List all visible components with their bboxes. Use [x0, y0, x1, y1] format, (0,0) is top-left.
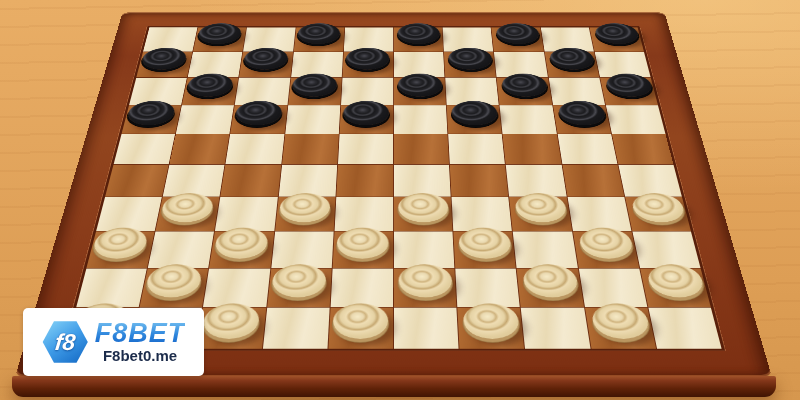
square-h5[interactable] — [506, 165, 566, 197]
square-a7[interactable]: ⛂ — [122, 105, 182, 133]
square-b3[interactable] — [148, 232, 214, 268]
watermark: f8 F8BET F8bet0.me — [23, 308, 204, 376]
black-man[interactable]: ⛂ — [605, 74, 655, 97]
black-man[interactable]: ⛂ — [243, 48, 289, 70]
square-a4[interactable] — [96, 197, 162, 231]
square-e2[interactable] — [330, 268, 393, 307]
square-d2[interactable]: ⛀ — [267, 268, 332, 307]
black-man[interactable]: ⛂ — [397, 23, 440, 44]
white-man[interactable]: ⛀ — [398, 264, 452, 297]
white-man[interactable]: ⛀ — [213, 228, 269, 259]
square-e7[interactable]: ⛂ — [339, 105, 393, 133]
square-a2[interactable] — [76, 268, 147, 307]
logo-monogram: f8 — [54, 331, 77, 354]
square-e3[interactable]: ⛀ — [332, 232, 393, 268]
black-man[interactable]: ⛂ — [451, 101, 499, 125]
white-man[interactable]: ⛀ — [159, 193, 214, 222]
white-man[interactable]: ⛀ — [578, 228, 635, 259]
square-h7[interactable] — [500, 105, 557, 133]
square-j8[interactable]: ⛂ — [600, 78, 658, 105]
square-f10[interactable]: ⛂ — [394, 27, 443, 51]
white-man[interactable]: ⛀ — [333, 304, 389, 339]
square-f8[interactable]: ⛂ — [394, 78, 446, 105]
square-f5[interactable] — [394, 165, 451, 197]
site-url: F8bet0.me — [103, 347, 177, 365]
black-man[interactable]: ⛂ — [185, 74, 234, 97]
white-man[interactable]: ⛀ — [90, 228, 149, 259]
square-j3[interactable] — [632, 232, 700, 268]
square-j6[interactable] — [612, 134, 674, 164]
black-man[interactable]: ⛂ — [297, 23, 341, 44]
black-man[interactable]: ⛂ — [501, 74, 549, 97]
square-f1[interactable] — [394, 307, 459, 348]
square-b7[interactable] — [176, 105, 234, 133]
brand-name: F8BET — [95, 319, 186, 347]
square-f2[interactable]: ⛀ — [394, 268, 457, 307]
square-c6[interactable] — [226, 134, 284, 164]
board-near-edge — [12, 376, 776, 397]
black-man[interactable]: ⛂ — [196, 23, 242, 44]
white-man[interactable]: ⛀ — [271, 264, 327, 297]
square-d10[interactable]: ⛂ — [294, 27, 345, 51]
f8bet-logo-badge-icon: f8 — [42, 321, 89, 364]
square-c5[interactable] — [221, 165, 281, 197]
black-man[interactable]: ⛂ — [291, 74, 337, 97]
square-f7[interactable] — [394, 105, 448, 133]
square-g4[interactable] — [452, 197, 512, 231]
square-a9[interactable]: ⛂ — [136, 52, 192, 78]
square-c2[interactable] — [203, 268, 270, 307]
square-g5[interactable] — [450, 165, 509, 197]
square-d6[interactable] — [282, 134, 339, 164]
square-b5[interactable] — [163, 165, 225, 197]
square-i5[interactable] — [562, 165, 624, 197]
square-d4[interactable]: ⛀ — [275, 197, 335, 231]
square-i9[interactable]: ⛂ — [544, 52, 599, 78]
black-man[interactable]: ⛂ — [139, 48, 187, 70]
square-h2[interactable]: ⛀ — [517, 268, 584, 307]
black-man[interactable]: ⛂ — [234, 101, 283, 125]
white-man[interactable]: ⛀ — [646, 264, 707, 297]
square-a3[interactable]: ⛀ — [87, 232, 155, 268]
square-d7[interactable] — [285, 105, 340, 133]
white-man[interactable]: ⛀ — [522, 264, 580, 297]
square-g6[interactable] — [448, 134, 505, 164]
square-c4[interactable] — [215, 197, 277, 231]
square-h3[interactable] — [513, 232, 577, 268]
square-d8[interactable]: ⛂ — [288, 78, 342, 105]
square-e1[interactable]: ⛀ — [328, 307, 393, 348]
square-j1[interactable] — [648, 307, 721, 348]
white-man[interactable]: ⛀ — [201, 304, 261, 339]
board-grid: ⛂⛂⛂⛂⛂⛂⛂⛂⛂⛂⛂⛂⛂⛂⛂⛂⛂⛂⛂⛂⛀⛀⛀⛀⛀⛀⛀⛀⛀⛀⛀⛀⛀⛀⛀⛀⛀⛀⛀⛀ — [62, 26, 725, 350]
square-h8[interactable]: ⛂ — [497, 78, 552, 105]
square-h10[interactable]: ⛂ — [492, 27, 544, 51]
black-man[interactable]: ⛂ — [346, 48, 390, 70]
square-b10[interactable]: ⛂ — [193, 27, 246, 51]
white-man[interactable]: ⛀ — [279, 193, 331, 222]
black-man[interactable]: ⛂ — [397, 74, 442, 97]
black-man[interactable]: ⛂ — [125, 101, 177, 125]
white-man[interactable]: ⛀ — [590, 304, 652, 339]
square-j7[interactable] — [606, 105, 666, 133]
square-j2[interactable]: ⛀ — [640, 268, 711, 307]
square-e5[interactable] — [336, 165, 393, 197]
square-g9[interactable]: ⛂ — [444, 52, 496, 78]
square-g7[interactable]: ⛂ — [447, 105, 502, 133]
square-a6[interactable] — [114, 134, 176, 164]
square-i3[interactable]: ⛀ — [573, 232, 639, 268]
white-man[interactable]: ⛀ — [337, 228, 389, 259]
square-h4[interactable]: ⛀ — [509, 197, 571, 231]
white-man[interactable]: ⛀ — [630, 193, 687, 222]
square-a5[interactable] — [105, 165, 169, 197]
white-man[interactable]: ⛀ — [398, 193, 449, 222]
square-i1[interactable]: ⛀ — [585, 307, 656, 348]
square-d1[interactable] — [263, 307, 330, 348]
square-c3[interactable]: ⛀ — [210, 232, 274, 268]
white-man[interactable]: ⛀ — [462, 304, 520, 339]
square-b8[interactable]: ⛂ — [182, 78, 238, 105]
black-man[interactable]: ⛂ — [495, 23, 540, 44]
square-h1[interactable] — [521, 307, 590, 348]
square-c7[interactable]: ⛂ — [231, 105, 288, 133]
square-i7[interactable]: ⛂ — [553, 105, 611, 133]
square-i6[interactable] — [557, 134, 617, 164]
square-f3[interactable] — [394, 232, 455, 268]
square-d5[interactable] — [278, 165, 337, 197]
square-j10[interactable]: ⛂ — [589, 27, 643, 51]
square-b6[interactable] — [170, 134, 230, 164]
square-j5[interactable] — [618, 165, 682, 197]
square-h6[interactable] — [503, 134, 561, 164]
square-b2[interactable]: ⛀ — [140, 268, 209, 307]
square-g3[interactable]: ⛀ — [454, 232, 516, 268]
square-c1[interactable]: ⛀ — [197, 307, 266, 348]
square-g2[interactable] — [455, 268, 520, 307]
black-man[interactable]: ⛂ — [343, 101, 389, 125]
black-man[interactable]: ⛂ — [557, 101, 607, 125]
white-man[interactable]: ⛀ — [144, 264, 203, 297]
square-c9[interactable]: ⛂ — [239, 52, 292, 78]
white-man[interactable]: ⛀ — [458, 228, 512, 259]
square-g1[interactable]: ⛀ — [458, 307, 525, 348]
black-man[interactable]: ⛂ — [594, 23, 641, 44]
square-f6[interactable] — [394, 134, 449, 164]
square-j4[interactable]: ⛀ — [625, 197, 691, 231]
square-b4[interactable]: ⛀ — [156, 197, 220, 231]
square-f4[interactable]: ⛀ — [394, 197, 453, 231]
square-i2[interactable] — [578, 268, 647, 307]
photo-scene: ⛂⛂⛂⛂⛂⛂⛂⛂⛂⛂⛂⛂⛂⛂⛂⛂⛂⛂⛂⛂⛀⛀⛀⛀⛀⛀⛀⛀⛀⛀⛀⛀⛀⛀⛀⛀⛀⛀⛀⛀… — [0, 0, 800, 400]
white-man[interactable]: ⛀ — [514, 193, 568, 222]
square-e4[interactable] — [334, 197, 393, 231]
square-d3[interactable] — [271, 232, 333, 268]
square-i4[interactable] — [567, 197, 631, 231]
square-e6[interactable] — [338, 134, 393, 164]
square-e9[interactable]: ⛂ — [342, 52, 393, 78]
black-man[interactable]: ⛂ — [448, 48, 493, 70]
